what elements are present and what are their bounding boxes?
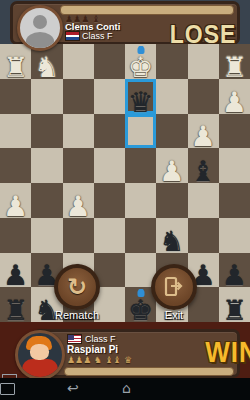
square[interactable]: ♟ [219, 79, 250, 114]
us-flag-canton [68, 335, 74, 340]
avatar-jacket [22, 359, 58, 377]
white-pawn: ♟ [191, 123, 216, 151]
black-rook: ♜ [222, 297, 247, 325]
us-flag-icon [67, 334, 82, 344]
square[interactable] [31, 218, 62, 253]
white-pawn: ♟ [159, 158, 184, 186]
square[interactable] [63, 44, 94, 79]
square[interactable]: ♜ [0, 287, 31, 322]
exit-door-icon [162, 275, 186, 299]
square[interactable]: ♛ [125, 79, 156, 114]
avatar-face [30, 344, 49, 360]
avatar-silhouette-head [33, 15, 47, 29]
netherlands-flag-icon [65, 31, 80, 41]
square[interactable] [219, 148, 250, 183]
chess-board[interactable]: ♜♞♚♜♛♟♟♟♝♟♟♞♟♟♟♟♟♜♞♚♜ [0, 44, 250, 322]
square[interactable] [219, 183, 250, 218]
rematch-icon: ↻ [67, 275, 87, 299]
square[interactable] [0, 114, 31, 149]
top-player-rank: Class F [82, 31, 113, 41]
square[interactable] [63, 79, 94, 114]
rematch-button[interactable]: ↻ [54, 264, 100, 310]
square[interactable] [156, 114, 187, 149]
square[interactable]: ♟ [0, 183, 31, 218]
black-queen: ♛ [128, 89, 153, 117]
square[interactable] [31, 148, 62, 183]
square[interactable]: ♟ [63, 183, 94, 218]
white-rook: ♜ [222, 54, 247, 82]
square[interactable]: ♟ [219, 253, 250, 288]
square[interactable] [63, 218, 94, 253]
square[interactable]: ♜ [0, 44, 31, 79]
square[interactable] [94, 79, 125, 114]
bottom-player-name: Raspian Pi [67, 344, 118, 355]
square[interactable]: ♟ [156, 148, 187, 183]
exit-button-label[interactable]: Exit [148, 309, 200, 321]
square[interactable] [188, 79, 219, 114]
win-banner: WIN [194, 335, 250, 370]
square[interactable] [31, 183, 62, 218]
square[interactable] [125, 148, 156, 183]
white-pawn: ♟ [66, 193, 91, 221]
square[interactable]: ♟ [0, 253, 31, 288]
square[interactable] [94, 148, 125, 183]
top-player-avatar [17, 5, 63, 51]
square[interactable] [0, 218, 31, 253]
square[interactable]: ♞ [156, 218, 187, 253]
square[interactable]: ♟ [188, 114, 219, 149]
white-pawn: ♟ [3, 193, 28, 221]
bottom-player-avatar [15, 330, 65, 380]
square[interactable] [188, 183, 219, 218]
square[interactable] [94, 183, 125, 218]
square[interactable] [31, 79, 62, 114]
black-pawn: ♟ [3, 262, 28, 290]
avatar-silhouette-shoulders [26, 32, 54, 50]
nav-back-icon[interactable]: ↩ [67, 381, 79, 395]
square[interactable] [125, 114, 156, 149]
square[interactable] [63, 114, 94, 149]
square[interactable] [94, 218, 125, 253]
square[interactable] [63, 148, 94, 183]
square[interactable] [156, 44, 187, 79]
square[interactable] [156, 79, 187, 114]
square[interactable] [219, 218, 250, 253]
square[interactable] [0, 79, 31, 114]
white-king: ♚ [128, 54, 153, 82]
square[interactable] [125, 183, 156, 218]
android-nav-bar: ↩ ⌂ [0, 378, 250, 400]
square[interactable] [94, 44, 125, 79]
app-screen: ♜♞♚♜♛♟♟♟♝♟♟♞♟♟♟♟♟♜♞♚♜ ♟♟♟ ♝ Clems Conti … [0, 0, 250, 400]
bottom-player-rank: Class F [85, 334, 116, 344]
square[interactable] [219, 114, 250, 149]
square[interactable]: ♝ [188, 148, 219, 183]
exit-button[interactable] [151, 264, 197, 310]
rematch-button-label[interactable]: Rematch [42, 309, 112, 321]
king-cap-marker [137, 47, 144, 54]
square[interactable] [188, 218, 219, 253]
square[interactable]: ♜ [219, 44, 250, 79]
square[interactable] [94, 114, 125, 149]
black-knight: ♞ [159, 228, 184, 256]
square[interactable] [156, 183, 187, 218]
square[interactable]: ♜ [219, 287, 250, 322]
nav-recents-icon[interactable] [0, 383, 15, 395]
square[interactable] [188, 44, 219, 79]
square[interactable]: ♚ [125, 44, 156, 79]
square[interactable] [31, 114, 62, 149]
king-cap-marker [137, 290, 144, 297]
square[interactable] [125, 218, 156, 253]
white-knight: ♞ [34, 54, 59, 82]
bottom-captured-pieces: ♟♟♟ ♞ ♝♝ ♛ [67, 355, 132, 365]
black-bishop: ♝ [191, 158, 216, 186]
black-pawn: ♟ [222, 262, 247, 290]
white-rook: ♜ [3, 54, 28, 82]
black-rook: ♜ [3, 297, 28, 325]
nav-home-icon[interactable]: ⌂ [122, 381, 131, 395]
square[interactable] [0, 148, 31, 183]
white-pawn: ♟ [222, 89, 247, 117]
